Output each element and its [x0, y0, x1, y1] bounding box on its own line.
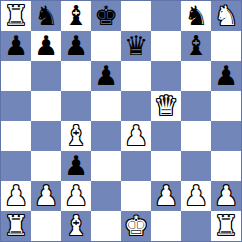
- square-d6[interactable]: ♟: [91, 61, 121, 91]
- square-g2[interactable]: ♟: [181, 181, 211, 211]
- square-a7[interactable]: ♟: [1, 31, 31, 61]
- square-a8[interactable]: ♜: [1, 1, 31, 31]
- square-g4[interactable]: [181, 121, 211, 151]
- square-c3[interactable]: ♟: [61, 151, 91, 181]
- square-c6[interactable]: [61, 61, 91, 91]
- square-h8[interactable]: ♞: [211, 1, 241, 31]
- square-e2[interactable]: [121, 181, 151, 211]
- black-queen[interactable]: ♛: [124, 32, 148, 59]
- white-pawn[interactable]: ♟: [184, 182, 208, 209]
- square-d4[interactable]: [91, 121, 121, 151]
- square-f6[interactable]: [151, 61, 181, 91]
- black-bishop[interactable]: ♝: [64, 2, 88, 29]
- square-d1[interactable]: [91, 211, 121, 241]
- square-e4[interactable]: ♟: [121, 121, 151, 151]
- square-a4[interactable]: [1, 121, 31, 151]
- square-g1[interactable]: [181, 211, 211, 241]
- square-h7[interactable]: [211, 31, 241, 61]
- square-e1[interactable]: ♚: [121, 211, 151, 241]
- square-c8[interactable]: ♝: [61, 1, 91, 31]
- square-e8[interactable]: [121, 1, 151, 31]
- square-b7[interactable]: ♟: [31, 31, 61, 61]
- square-f1[interactable]: [151, 211, 181, 241]
- square-d5[interactable]: [91, 91, 121, 121]
- white-pawn[interactable]: ♟: [64, 182, 88, 209]
- black-knight[interactable]: ♞: [34, 2, 58, 29]
- square-g6[interactable]: [181, 61, 211, 91]
- square-e5[interactable]: [121, 91, 151, 121]
- white-bishop[interactable]: ♝: [64, 122, 88, 149]
- black-king[interactable]: ♚: [94, 2, 118, 29]
- square-e6[interactable]: [121, 61, 151, 91]
- square-h2[interactable]: ♟: [211, 181, 241, 211]
- square-h6[interactable]: ♟: [211, 61, 241, 91]
- square-c4[interactable]: ♝: [61, 121, 91, 151]
- black-pawn[interactable]: ♟: [4, 32, 28, 59]
- square-f3[interactable]: [151, 151, 181, 181]
- square-f8[interactable]: [151, 1, 181, 31]
- white-pawn[interactable]: ♟: [124, 122, 148, 149]
- white-pawn[interactable]: ♟: [214, 182, 238, 209]
- square-c5[interactable]: [61, 91, 91, 121]
- white-rook[interactable]: ♜: [4, 212, 28, 239]
- chess-board: ♜♞♝♚♞♞♟♟♟♛♝♟♟♛♝♟♟♟♟♟♟♟♟♜♝♚♜: [0, 0, 242, 242]
- square-b2[interactable]: ♟: [31, 181, 61, 211]
- white-pawn[interactable]: ♟: [154, 182, 178, 209]
- square-f4[interactable]: [151, 121, 181, 151]
- white-pawn[interactable]: ♟: [34, 182, 58, 209]
- square-b1[interactable]: [31, 211, 61, 241]
- square-a6[interactable]: [1, 61, 31, 91]
- square-g5[interactable]: [181, 91, 211, 121]
- square-d2[interactable]: [91, 181, 121, 211]
- square-a1[interactable]: ♜: [1, 211, 31, 241]
- black-pawn[interactable]: ♟: [214, 62, 238, 89]
- square-c2[interactable]: ♟: [61, 181, 91, 211]
- square-d3[interactable]: [91, 151, 121, 181]
- square-g8[interactable]: ♞: [181, 1, 211, 31]
- square-h5[interactable]: [211, 91, 241, 121]
- square-b3[interactable]: [31, 151, 61, 181]
- square-h3[interactable]: [211, 151, 241, 181]
- black-pawn[interactable]: ♟: [94, 62, 118, 89]
- black-pawn[interactable]: ♟: [34, 32, 58, 59]
- square-a2[interactable]: ♟: [1, 181, 31, 211]
- square-e3[interactable]: [121, 151, 151, 181]
- white-queen[interactable]: ♛: [154, 92, 178, 119]
- square-f7[interactable]: [151, 31, 181, 61]
- square-g3[interactable]: [181, 151, 211, 181]
- square-d7[interactable]: [91, 31, 121, 61]
- white-rook[interactable]: ♜: [4, 2, 28, 29]
- white-bishop[interactable]: ♝: [64, 212, 88, 239]
- white-knight[interactable]: ♞: [214, 2, 238, 29]
- square-a5[interactable]: [1, 91, 31, 121]
- square-b8[interactable]: ♞: [31, 1, 61, 31]
- black-knight[interactable]: ♞: [184, 2, 208, 29]
- square-f5[interactable]: ♛: [151, 91, 181, 121]
- white-pawn[interactable]: ♟: [4, 182, 28, 209]
- black-bishop[interactable]: ♝: [184, 32, 208, 59]
- square-h4[interactable]: [211, 121, 241, 151]
- square-d8[interactable]: ♚: [91, 1, 121, 31]
- square-h1[interactable]: ♜: [211, 211, 241, 241]
- square-e7[interactable]: ♛: [121, 31, 151, 61]
- square-g7[interactable]: ♝: [181, 31, 211, 61]
- square-c1[interactable]: ♝: [61, 211, 91, 241]
- square-c7[interactable]: ♟: [61, 31, 91, 61]
- square-b6[interactable]: [31, 61, 61, 91]
- white-king[interactable]: ♚: [124, 212, 148, 239]
- square-b4[interactable]: [31, 121, 61, 151]
- white-rook[interactable]: ♜: [214, 212, 238, 239]
- square-f2[interactable]: ♟: [151, 181, 181, 211]
- square-b5[interactable]: [31, 91, 61, 121]
- square-a3[interactable]: [1, 151, 31, 181]
- black-pawn[interactable]: ♟: [64, 152, 88, 179]
- black-pawn[interactable]: ♟: [64, 32, 88, 59]
